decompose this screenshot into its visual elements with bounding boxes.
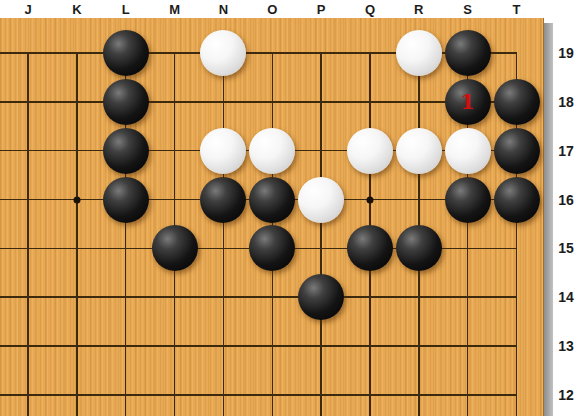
- row-label-17: 17: [553, 143, 579, 159]
- black-stone-o16[interactable]: [249, 177, 295, 223]
- star-point-k16: [73, 196, 80, 203]
- column-label-k: K: [72, 0, 81, 18]
- row-label-19: 19: [553, 45, 579, 61]
- black-stone-p14[interactable]: [298, 274, 344, 320]
- grid-line-row-13: [0, 345, 517, 347]
- row-label-14: 14: [553, 289, 579, 305]
- column-label-p: P: [317, 0, 326, 18]
- grid-line-row-18: [0, 101, 517, 103]
- column-label-o: O: [267, 0, 277, 18]
- black-stone-m15[interactable]: [152, 225, 198, 271]
- column-label-q: Q: [365, 0, 375, 18]
- black-stone-s18[interactable]: 1: [445, 79, 491, 125]
- row-label-16: 16: [553, 192, 579, 208]
- column-label-n: N: [219, 0, 228, 18]
- white-stone-o17[interactable]: [249, 128, 295, 174]
- white-stone-r17[interactable]: [396, 128, 442, 174]
- row-label-12: 12: [553, 387, 579, 403]
- grid-line-col-K: [76, 53, 78, 416]
- column-label-j: J: [24, 0, 31, 18]
- move-number-label: 1: [460, 91, 475, 112]
- column-label-l: L: [122, 0, 130, 18]
- white-stone-q17[interactable]: [347, 128, 393, 174]
- black-stone-s16[interactable]: [445, 177, 491, 223]
- column-label-m: M: [169, 0, 180, 18]
- white-stone-s17[interactable]: [445, 128, 491, 174]
- go-board[interactable]: 1: [0, 18, 544, 416]
- black-stone-q15[interactable]: [347, 225, 393, 271]
- black-stone-t18[interactable]: [494, 79, 540, 125]
- column-label-t: T: [513, 0, 521, 18]
- grid-line-row-12: [0, 394, 517, 396]
- row-label-15: 15: [553, 240, 579, 256]
- black-stone-l16[interactable]: [103, 177, 149, 223]
- row-labels: 1918171615141312: [553, 0, 579, 416]
- black-stone-s19[interactable]: [445, 30, 491, 76]
- black-stone-l17[interactable]: [103, 128, 149, 174]
- white-stone-n17[interactable]: [200, 128, 246, 174]
- black-stone-l18[interactable]: [103, 79, 149, 125]
- white-stone-n19[interactable]: [200, 30, 246, 76]
- board-edge-shadow: [544, 23, 553, 416]
- go-diagram: 1 JKLMNOPQRST 1918171615141312: [0, 0, 579, 416]
- white-stone-r19[interactable]: [396, 30, 442, 76]
- column-label-s: S: [463, 0, 472, 18]
- star-point-q16: [366, 196, 373, 203]
- grid-line-col-N: [223, 53, 225, 416]
- grid-line-row-14: [0, 296, 517, 298]
- row-label-18: 18: [553, 94, 579, 110]
- row-label-13: 13: [553, 338, 579, 354]
- black-stone-o15[interactable]: [249, 225, 295, 271]
- black-stone-t16[interactable]: [494, 177, 540, 223]
- black-stone-t17[interactable]: [494, 128, 540, 174]
- white-stone-p16[interactable]: [298, 177, 344, 223]
- grid-line-col-P: [320, 53, 322, 416]
- black-stone-n16[interactable]: [200, 177, 246, 223]
- black-stone-r15[interactable]: [396, 225, 442, 271]
- column-labels: JKLMNOPQRST: [0, 0, 579, 18]
- grid-line-col-J: [27, 53, 29, 416]
- column-label-r: R: [414, 0, 423, 18]
- black-stone-l19[interactable]: [103, 30, 149, 76]
